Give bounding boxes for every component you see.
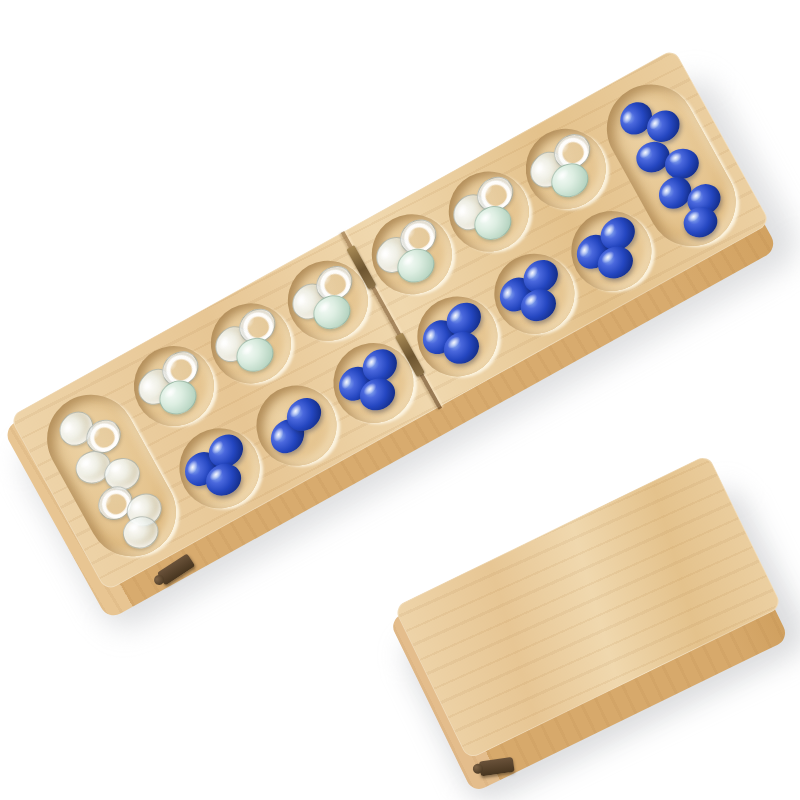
product-photo-scene [0, 0, 800, 800]
mancala-board-closed [393, 454, 782, 760]
